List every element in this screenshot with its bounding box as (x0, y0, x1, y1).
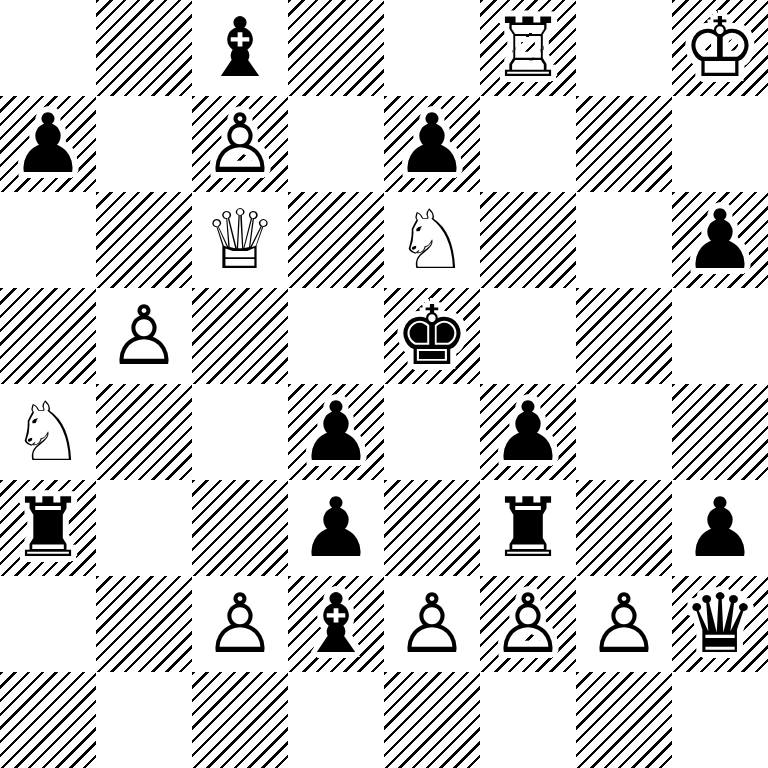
piece-white-knight: ♘ (395, 192, 469, 288)
square-h3[interactable]: ♟ (672, 480, 768, 576)
square-d8[interactable] (288, 0, 384, 96)
square-d4[interactable]: ♟ (288, 384, 384, 480)
square-g4[interactable] (576, 384, 672, 480)
square-e3[interactable] (384, 480, 480, 576)
chess-diagram: ♝♖♔♟♙♟♕♘♟♙♚♘♟♟♜♟♜♟♙♝♙♙♙♛ (0, 0, 768, 768)
square-b7[interactable] (96, 96, 192, 192)
square-g1[interactable] (576, 672, 672, 768)
piece-white-pawn: ♙ (395, 576, 469, 672)
piece-black-rook: ♜ (491, 480, 565, 576)
square-f3[interactable]: ♜ (480, 480, 576, 576)
square-c8[interactable]: ♝ (192, 0, 288, 96)
piece-white-pawn: ♙ (107, 288, 181, 384)
square-b1[interactable] (96, 672, 192, 768)
square-g6[interactable] (576, 192, 672, 288)
square-g3[interactable] (576, 480, 672, 576)
piece-black-bishop: ♝ (203, 0, 277, 96)
square-f7[interactable] (480, 96, 576, 192)
piece-black-king: ♚ (395, 288, 469, 384)
square-a6[interactable] (0, 192, 96, 288)
square-a7[interactable]: ♟ (0, 96, 96, 192)
piece-black-rook: ♜ (11, 480, 85, 576)
piece-white-queen: ♕ (203, 192, 277, 288)
square-b4[interactable] (96, 384, 192, 480)
square-a3[interactable]: ♜ (0, 480, 96, 576)
square-g7[interactable] (576, 96, 672, 192)
piece-white-pawn: ♙ (203, 576, 277, 672)
square-f8[interactable]: ♖ (480, 0, 576, 96)
piece-black-pawn: ♟ (683, 480, 757, 576)
square-c2[interactable]: ♙ (192, 576, 288, 672)
square-b8[interactable] (96, 0, 192, 96)
square-e7[interactable]: ♟ (384, 96, 480, 192)
square-h8[interactable]: ♔ (672, 0, 768, 96)
square-c1[interactable] (192, 672, 288, 768)
square-g8[interactable] (576, 0, 672, 96)
square-g2[interactable]: ♙ (576, 576, 672, 672)
square-d3[interactable]: ♟ (288, 480, 384, 576)
square-b3[interactable] (96, 480, 192, 576)
square-d1[interactable] (288, 672, 384, 768)
piece-white-king: ♔ (683, 0, 757, 96)
square-h1[interactable] (672, 672, 768, 768)
square-a1[interactable] (0, 672, 96, 768)
square-e1[interactable] (384, 672, 480, 768)
piece-black-pawn: ♟ (299, 384, 373, 480)
piece-white-pawn: ♙ (203, 96, 277, 192)
square-h4[interactable] (672, 384, 768, 480)
piece-white-pawn: ♙ (587, 576, 661, 672)
piece-black-pawn: ♟ (395, 96, 469, 192)
square-b6[interactable] (96, 192, 192, 288)
square-e8[interactable] (384, 0, 480, 96)
piece-black-pawn: ♟ (11, 96, 85, 192)
square-e6[interactable]: ♘ (384, 192, 480, 288)
chess-board: ♝♖♔♟♙♟♕♘♟♙♚♘♟♟♜♟♜♟♙♝♙♙♙♛ (0, 0, 768, 768)
square-h7[interactable] (672, 96, 768, 192)
piece-white-pawn: ♙ (491, 576, 565, 672)
square-d2[interactable]: ♝ (288, 576, 384, 672)
square-f2[interactable]: ♙ (480, 576, 576, 672)
square-f1[interactable] (480, 672, 576, 768)
square-d6[interactable] (288, 192, 384, 288)
square-e5[interactable]: ♚ (384, 288, 480, 384)
square-g5[interactable] (576, 288, 672, 384)
piece-black-pawn: ♟ (491, 384, 565, 480)
square-d7[interactable] (288, 96, 384, 192)
square-f4[interactable]: ♟ (480, 384, 576, 480)
square-f6[interactable] (480, 192, 576, 288)
piece-white-rook: ♖ (491, 0, 565, 96)
square-c3[interactable] (192, 480, 288, 576)
square-d5[interactable] (288, 288, 384, 384)
square-h2[interactable]: ♛ (672, 576, 768, 672)
square-h6[interactable]: ♟ (672, 192, 768, 288)
square-a8[interactable] (0, 0, 96, 96)
piece-white-knight: ♘ (11, 384, 85, 480)
square-b5[interactable]: ♙ (96, 288, 192, 384)
square-f5[interactable] (480, 288, 576, 384)
square-a2[interactable] (0, 576, 96, 672)
square-h5[interactable] (672, 288, 768, 384)
square-b2[interactable] (96, 576, 192, 672)
square-c7[interactable]: ♙ (192, 96, 288, 192)
square-a4[interactable]: ♘ (0, 384, 96, 480)
square-c5[interactable] (192, 288, 288, 384)
piece-black-queen: ♛ (683, 576, 757, 672)
square-a5[interactable] (0, 288, 96, 384)
square-e4[interactable] (384, 384, 480, 480)
piece-black-pawn: ♟ (683, 192, 757, 288)
square-e2[interactable]: ♙ (384, 576, 480, 672)
piece-black-pawn: ♟ (299, 480, 373, 576)
square-c4[interactable] (192, 384, 288, 480)
square-c6[interactable]: ♕ (192, 192, 288, 288)
piece-black-bishop: ♝ (299, 576, 373, 672)
